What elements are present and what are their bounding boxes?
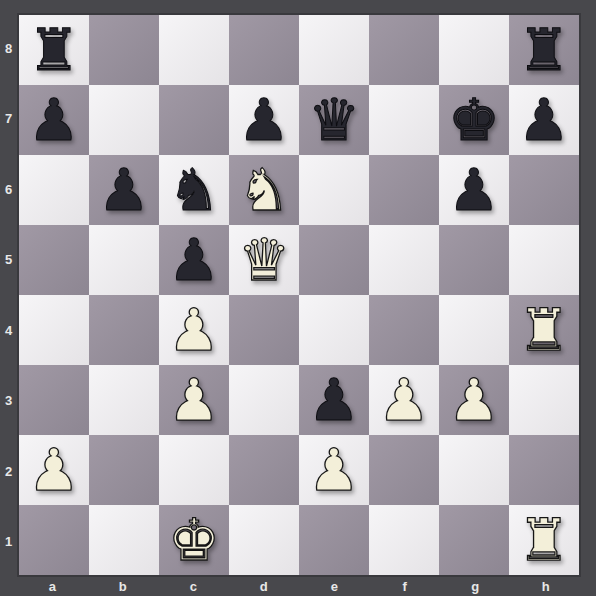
square-g3[interactable]: ♟ [439, 365, 509, 435]
square-c5[interactable]: ♟ [159, 225, 229, 295]
square-g1[interactable] [439, 505, 509, 575]
square-b4[interactable] [89, 295, 159, 365]
square-b3[interactable] [89, 365, 159, 435]
rank-label-5: 5 [0, 225, 17, 296]
square-a5[interactable] [19, 225, 89, 295]
square-c6[interactable]: ♞ [159, 155, 229, 225]
square-e1[interactable] [299, 505, 369, 575]
square-h2[interactable] [509, 435, 579, 505]
square-a1[interactable] [19, 505, 89, 575]
file-label-b: b [88, 577, 159, 596]
square-h5[interactable] [509, 225, 579, 295]
square-g6[interactable]: ♟ [439, 155, 509, 225]
square-e2[interactable]: ♟ [299, 435, 369, 505]
square-f8[interactable] [369, 15, 439, 85]
file-labels: abcdefgh [17, 577, 581, 596]
file-label-f: f [370, 577, 441, 596]
square-c2[interactable] [159, 435, 229, 505]
square-c8[interactable] [159, 15, 229, 85]
file-label-c: c [158, 577, 229, 596]
rank-label-3: 3 [0, 366, 17, 437]
piece-white-rook[interactable]: ♜ [518, 301, 570, 359]
piece-black-pawn[interactable]: ♟ [518, 91, 570, 149]
rank-label-6: 6 [0, 154, 17, 225]
piece-black-rook[interactable]: ♜ [518, 21, 570, 79]
chess-board: ♜♜♟♟♛♚♟♟♞♞♟♟♛♟♜♟♟♟♟♟♟♚♜ [17, 13, 581, 577]
piece-white-pawn[interactable]: ♟ [168, 301, 220, 359]
square-f6[interactable] [369, 155, 439, 225]
piece-white-pawn[interactable]: ♟ [308, 441, 360, 499]
square-b1[interactable] [89, 505, 159, 575]
square-h4[interactable]: ♜ [509, 295, 579, 365]
square-f4[interactable] [369, 295, 439, 365]
file-label-a: a [17, 577, 88, 596]
piece-black-pawn[interactable]: ♟ [448, 161, 500, 219]
square-d2[interactable] [229, 435, 299, 505]
square-a6[interactable] [19, 155, 89, 225]
piece-white-pawn[interactable]: ♟ [378, 371, 430, 429]
file-label-e: e [299, 577, 370, 596]
square-b2[interactable] [89, 435, 159, 505]
rank-label-7: 7 [0, 84, 17, 155]
rank-label-4: 4 [0, 295, 17, 366]
rank-labels: 87654321 [0, 13, 17, 577]
file-label-d: d [229, 577, 300, 596]
square-e8[interactable] [299, 15, 369, 85]
piece-white-pawn[interactable]: ♟ [448, 371, 500, 429]
piece-black-pawn[interactable]: ♟ [308, 371, 360, 429]
rank-label-8: 8 [0, 13, 17, 84]
square-a2[interactable]: ♟ [19, 435, 89, 505]
file-label-h: h [511, 577, 582, 596]
piece-black-rook[interactable]: ♜ [28, 21, 80, 79]
square-h8[interactable]: ♜ [509, 15, 579, 85]
square-a7[interactable]: ♟ [19, 85, 89, 155]
square-e7[interactable]: ♛ [299, 85, 369, 155]
square-g5[interactable] [439, 225, 509, 295]
square-a8[interactable]: ♜ [19, 15, 89, 85]
chess-diagram: 87654321 ♜♜♟♟♛♚♟♟♞♞♟♟♛♟♜♟♟♟♟♟♟♚♜ abcdefg… [0, 0, 596, 596]
square-c7[interactable] [159, 85, 229, 155]
piece-white-pawn[interactable]: ♟ [28, 441, 80, 499]
square-e6[interactable] [299, 155, 369, 225]
square-c4[interactable]: ♟ [159, 295, 229, 365]
square-b7[interactable] [89, 85, 159, 155]
piece-white-queen[interactable]: ♛ [238, 231, 290, 289]
piece-black-pawn[interactable]: ♟ [238, 91, 290, 149]
square-a4[interactable] [19, 295, 89, 365]
square-f2[interactable] [369, 435, 439, 505]
square-b5[interactable] [89, 225, 159, 295]
square-d6[interactable]: ♞ [229, 155, 299, 225]
square-h3[interactable] [509, 365, 579, 435]
square-d1[interactable] [229, 505, 299, 575]
square-g8[interactable] [439, 15, 509, 85]
piece-white-rook[interactable]: ♜ [518, 511, 570, 569]
piece-black-pawn[interactable]: ♟ [28, 91, 80, 149]
square-g7[interactable]: ♚ [439, 85, 509, 155]
square-g4[interactable] [439, 295, 509, 365]
piece-black-queen[interactable]: ♛ [308, 91, 360, 149]
rank-label-2: 2 [0, 436, 17, 507]
piece-black-knight[interactable]: ♞ [168, 161, 220, 219]
piece-white-knight[interactable]: ♞ [238, 161, 290, 219]
piece-black-pawn[interactable]: ♟ [168, 231, 220, 289]
square-f7[interactable] [369, 85, 439, 155]
square-e4[interactable] [299, 295, 369, 365]
square-d8[interactable] [229, 15, 299, 85]
square-h6[interactable] [509, 155, 579, 225]
square-d5[interactable]: ♛ [229, 225, 299, 295]
square-f5[interactable] [369, 225, 439, 295]
square-b8[interactable] [89, 15, 159, 85]
file-label-g: g [440, 577, 511, 596]
square-c3[interactable]: ♟ [159, 365, 229, 435]
square-h1[interactable]: ♜ [509, 505, 579, 575]
square-d3[interactable] [229, 365, 299, 435]
square-c1[interactable]: ♚ [159, 505, 229, 575]
square-e5[interactable] [299, 225, 369, 295]
square-b6[interactable]: ♟ [89, 155, 159, 225]
rank-label-1: 1 [0, 507, 17, 578]
square-e3[interactable]: ♟ [299, 365, 369, 435]
piece-white-king[interactable]: ♚ [168, 511, 220, 569]
piece-white-pawn[interactable]: ♟ [168, 371, 220, 429]
square-f1[interactable] [369, 505, 439, 575]
square-d7[interactable]: ♟ [229, 85, 299, 155]
square-d4[interactable] [229, 295, 299, 365]
square-h7[interactable]: ♟ [509, 85, 579, 155]
square-g2[interactable] [439, 435, 509, 505]
piece-black-pawn[interactable]: ♟ [98, 161, 150, 219]
square-a3[interactable] [19, 365, 89, 435]
square-f3[interactable]: ♟ [369, 365, 439, 435]
piece-black-king[interactable]: ♚ [448, 91, 500, 149]
